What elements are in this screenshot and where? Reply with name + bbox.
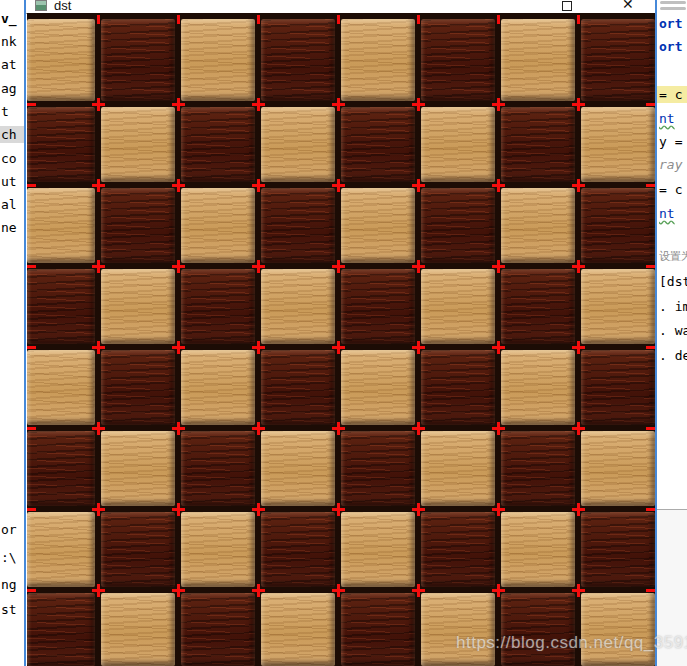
- board-square: [261, 350, 335, 425]
- board-square: [181, 269, 255, 344]
- code-fragment: = c: [659, 181, 682, 198]
- code-fragment: ut: [1, 173, 17, 190]
- code-fragment: nt: [659, 205, 675, 222]
- scrollbar-mark: [660, 1, 686, 4]
- ide-left-code-strip: v_nkatagtchcoutalneor:\ngst: [0, 0, 24, 666]
- opencv-window: dst ✕ https://blog.csdn.net/qq_35914625: [24, 0, 657, 666]
- board-square: [341, 19, 415, 101]
- board-square: [501, 350, 575, 425]
- panel-divider: [657, 509, 687, 510]
- scrollbar-mark: [660, 7, 686, 10]
- board-square: [581, 350, 655, 425]
- code-fragment: ort: [659, 15, 682, 32]
- board-square: [27, 188, 95, 263]
- code-fragment: [dst: [659, 273, 687, 290]
- window-title: dst: [54, 0, 71, 13]
- board-square: [261, 593, 335, 666]
- board-square: [341, 188, 415, 263]
- board-square: [181, 350, 255, 425]
- board-square: [581, 269, 655, 344]
- code-fragment: = c: [657, 86, 687, 103]
- code-fragment: ng: [1, 576, 17, 593]
- board-square: [421, 431, 495, 506]
- code-fragment: at: [1, 56, 17, 73]
- board-square: [501, 269, 575, 344]
- board-square: [261, 19, 335, 101]
- board-square: [181, 512, 255, 587]
- board-square: [341, 350, 415, 425]
- code-fragment: nk: [1, 33, 17, 50]
- titlebar[interactable]: dst ✕: [26, 0, 655, 14]
- board-square: [581, 19, 655, 101]
- board-square: [261, 431, 335, 506]
- board-square: [101, 512, 175, 587]
- code-fragment: v_: [1, 10, 17, 27]
- board-square: [341, 107, 415, 182]
- board-square: [101, 269, 175, 344]
- board-square: [101, 107, 175, 182]
- code-fragment: ag: [1, 80, 17, 97]
- board-square: [27, 19, 95, 101]
- board-square: [501, 107, 575, 182]
- board-square: [581, 593, 655, 666]
- board-square: [581, 188, 655, 263]
- window-icon: [35, 0, 47, 11]
- board-square: [101, 188, 175, 263]
- watermark: https://blog.csdn.net/qq_35914625: [456, 633, 687, 653]
- board-square: [101, 431, 175, 506]
- board-square: [421, 188, 495, 263]
- board-square: [261, 269, 335, 344]
- board-square: [501, 593, 575, 666]
- code-fragment: . ims: [659, 298, 687, 315]
- board-square: [581, 431, 655, 506]
- code-fragment: al: [1, 196, 17, 213]
- board-square: [181, 188, 255, 263]
- code-fragment: nt: [659, 110, 675, 127]
- code-fragment: y =: [659, 133, 682, 150]
- code-fragment: co: [1, 150, 17, 167]
- board-square: [341, 512, 415, 587]
- code-fragment: or: [1, 521, 17, 538]
- board-square: [27, 269, 95, 344]
- code-fragment: 设置为: [659, 248, 687, 265]
- code-fragment: ort: [659, 38, 682, 55]
- maximize-button[interactable]: [562, 1, 572, 11]
- board-square: [421, 593, 495, 666]
- code-fragment: :\: [1, 549, 17, 566]
- board-square: [421, 269, 495, 344]
- board-square: [581, 107, 655, 182]
- board-square: [261, 188, 335, 263]
- code-fragment: . des: [659, 347, 687, 364]
- board-square: [27, 107, 95, 182]
- code-fragment: st: [1, 601, 17, 618]
- board-square: [341, 269, 415, 344]
- board-square: [27, 593, 95, 666]
- board-square: [27, 350, 95, 425]
- board-square: [261, 512, 335, 587]
- code-fragment: ray: [659, 156, 682, 173]
- board-square: [501, 188, 575, 263]
- close-button[interactable]: ✕: [622, 0, 634, 12]
- board-square: [101, 593, 175, 666]
- board-square: [501, 431, 575, 506]
- board-square: [27, 512, 95, 587]
- board-square: [181, 19, 255, 101]
- board-square: [27, 431, 95, 506]
- board-square: [581, 512, 655, 587]
- board-square: [181, 107, 255, 182]
- board-square: [421, 107, 495, 182]
- board-square: [341, 431, 415, 506]
- board-square: [101, 19, 175, 101]
- board-square: [501, 19, 575, 101]
- code-fragment: t: [1, 103, 9, 120]
- board-square: [341, 593, 415, 666]
- chessboard-image: [27, 13, 655, 666]
- board-square: [421, 512, 495, 587]
- board-square: [421, 19, 495, 101]
- board-square: [421, 350, 495, 425]
- board-square: [501, 512, 575, 587]
- code-fragment: ne: [1, 219, 17, 236]
- board-square: [101, 350, 175, 425]
- board-square: [181, 593, 255, 666]
- board-square: [181, 431, 255, 506]
- board-square: [261, 107, 335, 182]
- code-fragment: . wai: [659, 322, 687, 339]
